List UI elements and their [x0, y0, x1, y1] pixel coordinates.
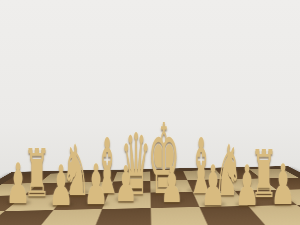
white-pawn-3[interactable]: ♟ [83, 158, 108, 214]
white-pawn-8[interactable]: ♟ [270, 158, 295, 214]
white-pawn-6[interactable]: ♟ [200, 159, 225, 215]
chess-set-photo: ♜♞♝♛♚♝♞♜♟♟♟♟♟♟♟♟ [0, 0, 300, 225]
white-pawn-4[interactable]: ♟ [114, 160, 137, 209]
white-pawn-5[interactable]: ♟ [160, 161, 183, 210]
white-pawn-7[interactable]: ♟ [234, 159, 259, 215]
white-pawn-1[interactable]: ♟ [5, 157, 30, 213]
white-pawn-2[interactable]: ♟ [48, 159, 73, 215]
